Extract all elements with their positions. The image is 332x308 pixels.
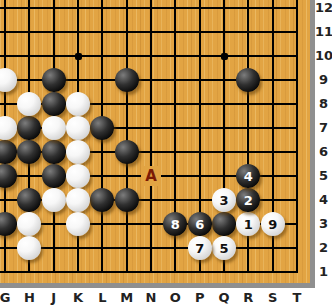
col-label-S: S xyxy=(264,289,282,306)
stone-white-K6 xyxy=(66,140,90,164)
stone-white-K4 xyxy=(66,188,90,212)
stone-black-L4 xyxy=(90,188,114,212)
grid-line-col-T xyxy=(296,0,298,273)
stone-black-Q3 xyxy=(212,212,236,236)
row-label-1: 1 xyxy=(315,264,332,280)
stone-white-K7 xyxy=(66,116,90,140)
grid-line-row-2 xyxy=(0,247,298,249)
move-number-9: 9 xyxy=(268,218,277,231)
stone-white-J7 xyxy=(42,116,66,140)
star-point-K10 xyxy=(75,53,82,60)
row-label-4: 4 xyxy=(315,192,332,208)
col-label-J: J xyxy=(45,289,63,306)
point-label-A: A xyxy=(141,166,161,186)
col-label-T: T xyxy=(288,289,306,306)
stone-black-H7 xyxy=(17,116,41,140)
row-label-11: 11 xyxy=(315,24,332,40)
stone-black-J9 xyxy=(42,68,66,92)
stone-black-H4 xyxy=(17,188,41,212)
stone-black-L7 xyxy=(90,116,114,140)
row-label-3: 3 xyxy=(315,216,332,232)
grid-line-col-M xyxy=(126,0,128,273)
move-number-3: 3 xyxy=(219,194,228,207)
stone-white-K8 xyxy=(66,92,90,116)
stone-white-G9 xyxy=(0,68,17,92)
stone-black-G5 xyxy=(0,164,17,188)
go-diagram: 123456789A GHJKLMNOPQRST121110987654321 xyxy=(0,0,332,308)
stone-white-H2 xyxy=(17,236,41,260)
stone-black-R5: 4 xyxy=(236,164,260,188)
col-label-H: H xyxy=(20,289,38,306)
move-number-6: 6 xyxy=(195,218,204,231)
row-label-5: 5 xyxy=(315,168,332,184)
move-number-1: 1 xyxy=(244,218,253,231)
col-label-L: L xyxy=(93,289,111,306)
stone-white-G7 xyxy=(0,116,17,140)
stone-white-J4 xyxy=(42,188,66,212)
row-label-12: 12 xyxy=(315,0,332,16)
stone-black-R4: 2 xyxy=(236,188,260,212)
move-number-7: 7 xyxy=(195,242,204,255)
stone-black-M4 xyxy=(115,188,139,212)
stone-white-K3 xyxy=(66,212,90,236)
board-surface[interactable]: 123456789A xyxy=(0,0,310,283)
stone-black-G3 xyxy=(0,212,17,236)
stone-black-J5 xyxy=(42,164,66,188)
stone-white-S3: 9 xyxy=(261,212,285,236)
stone-black-J6 xyxy=(42,140,66,164)
col-label-R: R xyxy=(239,289,257,306)
col-label-P: P xyxy=(191,289,209,306)
move-number-2: 2 xyxy=(244,194,253,207)
stone-black-J8 xyxy=(42,92,66,116)
row-label-2: 2 xyxy=(315,240,332,256)
stone-black-R9 xyxy=(236,68,260,92)
grid-line-row-12 xyxy=(0,7,298,9)
row-label-7: 7 xyxy=(315,120,332,136)
stone-black-M9 xyxy=(115,68,139,92)
col-label-M: M xyxy=(118,289,136,306)
board-frame: 123456789A xyxy=(0,0,315,288)
stone-black-P3: 6 xyxy=(188,212,212,236)
col-label-O: O xyxy=(166,289,184,306)
move-number-5: 5 xyxy=(219,242,228,255)
grid-line-row-11 xyxy=(0,31,298,33)
stone-white-R3: 1 xyxy=(236,212,260,236)
row-label-8: 8 xyxy=(315,96,332,112)
stone-black-H6 xyxy=(17,140,41,164)
grid-line-row-10 xyxy=(0,55,298,57)
stone-black-G6 xyxy=(0,140,17,164)
stone-white-P2: 7 xyxy=(188,236,212,260)
star-point-Q10 xyxy=(221,53,228,60)
col-label-G: G xyxy=(0,289,14,306)
move-number-4: 4 xyxy=(244,170,253,183)
grid-line-col-N xyxy=(150,0,152,273)
stone-black-M6 xyxy=(115,140,139,164)
row-label-9: 9 xyxy=(315,72,332,88)
stone-white-Q2: 5 xyxy=(212,236,236,260)
col-label-K: K xyxy=(69,289,87,306)
stone-white-H8 xyxy=(17,92,41,116)
row-label-6: 6 xyxy=(315,144,332,160)
stone-white-Q4: 3 xyxy=(212,188,236,212)
stone-white-H3 xyxy=(17,212,41,236)
col-label-Q: Q xyxy=(215,289,233,306)
stone-white-K5 xyxy=(66,164,90,188)
stone-black-O3: 8 xyxy=(163,212,187,236)
move-number-8: 8 xyxy=(171,218,180,231)
grid-line-row-1 xyxy=(0,271,298,273)
row-label-10: 10 xyxy=(315,48,332,64)
col-label-N: N xyxy=(142,289,160,306)
